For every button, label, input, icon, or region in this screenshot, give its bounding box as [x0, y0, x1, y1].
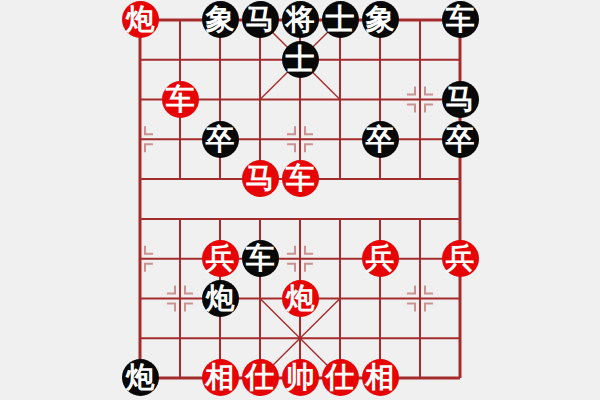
piece-red-炮[interactable]: 炮	[282, 280, 319, 317]
piece-black-士[interactable]: 士	[322, 1, 359, 38]
piece-black-卒[interactable]: 卒	[362, 121, 399, 158]
piece-black-卒[interactable]: 卒	[442, 121, 479, 158]
piece-black-炮[interactable]: 炮	[122, 359, 159, 396]
piece-red-相[interactable]: 相	[202, 359, 239, 396]
piece-black-卒[interactable]: 卒	[202, 121, 239, 158]
piece-red-相[interactable]: 相	[362, 359, 399, 396]
piece-red-兵[interactable]: 兵	[442, 240, 479, 277]
piece-red-仕[interactable]: 仕	[322, 359, 359, 396]
piece-red-仕[interactable]: 仕	[242, 359, 279, 396]
xiangqi-board[interactable]: 炮象马将士象车士车马卒卒卒马车兵车兵兵炮炮炮相仕帅仕相	[120, 0, 480, 398]
piece-black-象[interactable]: 象	[202, 1, 239, 38]
piece-black-车[interactable]: 车	[442, 1, 479, 38]
piece-red-兵[interactable]: 兵	[362, 240, 399, 277]
app-background: 炮象马将士象车士车马卒卒卒马车兵车兵兵炮炮炮相仕帅仕相	[0, 0, 600, 400]
piece-red-车[interactable]: 车	[162, 81, 199, 118]
piece-black-士[interactable]: 士	[282, 41, 319, 78]
piece-red-车[interactable]: 车	[282, 160, 319, 197]
piece-black-车[interactable]: 车	[242, 240, 279, 277]
piece-black-象[interactable]: 象	[362, 1, 399, 38]
piece-black-将[interactable]: 将	[282, 1, 319, 38]
piece-red-炮[interactable]: 炮	[122, 1, 159, 38]
piece-black-马[interactable]: 马	[442, 81, 479, 118]
piece-red-兵[interactable]: 兵	[202, 240, 239, 277]
piece-red-帅[interactable]: 帅	[282, 359, 319, 396]
piece-black-炮[interactable]: 炮	[202, 280, 239, 317]
piece-black-马[interactable]: 马	[242, 1, 279, 38]
piece-red-马[interactable]: 马	[242, 160, 279, 197]
